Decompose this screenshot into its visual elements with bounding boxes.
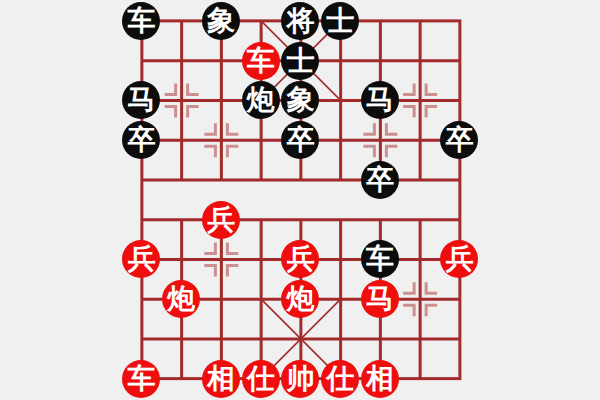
point-f8-r9 <box>400 319 440 359</box>
point-f9-r8 <box>440 279 480 319</box>
piece-red-elephant[interactable]: 相 <box>202 360 240 398</box>
point-f9-r3 <box>440 81 480 121</box>
piece-black-advisor[interactable]: 士 <box>321 2 359 40</box>
point-f9-r6 <box>440 200 480 240</box>
xiangqi-app-background: 车象将士车士马炮象马卒卒卒卒兵兵兵车兵炮炮马车相仕帅仕相 <box>0 0 600 400</box>
point-f2-r6 <box>161 200 201 240</box>
point-f7-r8: 马 <box>360 279 400 319</box>
piece-red-cannon[interactable]: 炮 <box>162 280 200 318</box>
point-f8-r5 <box>400 160 440 200</box>
piece-black-chariot[interactable]: 车 <box>361 240 399 278</box>
point-f2-r3 <box>161 81 201 121</box>
point-f4-r1 <box>241 1 281 41</box>
point-f3-r9 <box>201 319 241 359</box>
piece-red-soldier[interactable]: 兵 <box>122 240 160 278</box>
point-f9-r2 <box>440 41 480 81</box>
point-f6-r1: 士 <box>320 1 360 41</box>
point-f4-r6 <box>241 200 281 240</box>
point-f6-r4 <box>320 120 360 160</box>
point-f3-r8 <box>201 279 241 319</box>
point-f1-r2 <box>122 41 162 81</box>
point-f4-r4 <box>241 120 281 160</box>
point-f9-r5 <box>440 160 480 200</box>
point-f5-r5 <box>281 160 321 200</box>
piece-black-elephant[interactable]: 象 <box>202 2 240 40</box>
piece-red-chariot[interactable]: 车 <box>122 360 160 398</box>
point-f3-r5 <box>201 160 241 200</box>
point-f6-r10: 仕 <box>320 359 360 399</box>
point-f1-r8 <box>122 279 162 319</box>
point-f8-r8 <box>400 279 440 319</box>
point-f2-r10 <box>161 359 201 399</box>
point-f5-r3: 象 <box>281 81 321 121</box>
point-f4-r7 <box>241 240 281 280</box>
point-f2-r2 <box>161 41 201 81</box>
piece-black-horse[interactable]: 马 <box>361 81 399 119</box>
point-f1-r7: 兵 <box>122 240 162 280</box>
point-f5-r9 <box>281 319 321 359</box>
point-f1-r4: 卒 <box>122 120 162 160</box>
piece-black-soldier[interactable]: 卒 <box>361 161 399 199</box>
point-f1-r10: 车 <box>122 359 162 399</box>
point-f9-r9 <box>440 319 480 359</box>
point-f1-r9 <box>122 319 162 359</box>
piece-red-soldier[interactable]: 兵 <box>281 240 319 278</box>
point-f8-r6 <box>400 200 440 240</box>
point-f6-r5 <box>320 160 360 200</box>
point-f5-r6 <box>281 200 321 240</box>
point-f2-r7 <box>161 240 201 280</box>
piece-red-chariot[interactable]: 车 <box>242 42 280 80</box>
point-f8-r10 <box>400 359 440 399</box>
point-f7-r5: 卒 <box>360 160 400 200</box>
point-f5-r1: 将 <box>281 1 321 41</box>
point-f3-r6: 兵 <box>201 200 241 240</box>
point-f5-r7: 兵 <box>281 240 321 280</box>
point-f7-r6 <box>360 200 400 240</box>
piece-black-general[interactable]: 将 <box>281 2 319 40</box>
piece-red-general[interactable]: 帅 <box>281 360 319 398</box>
point-f8-r2 <box>400 41 440 81</box>
point-f6-r7 <box>320 240 360 280</box>
point-f3-r4 <box>201 120 241 160</box>
piece-black-soldier[interactable]: 卒 <box>281 121 319 159</box>
point-f7-r1 <box>360 1 400 41</box>
point-f4-r5 <box>241 160 281 200</box>
point-f2-r1 <box>161 1 201 41</box>
point-f8-r7 <box>400 240 440 280</box>
point-f7-r4 <box>360 120 400 160</box>
point-f7-r9 <box>360 319 400 359</box>
point-f2-r9 <box>161 319 201 359</box>
piece-red-soldier[interactable]: 兵 <box>202 201 240 239</box>
point-f5-r2: 士 <box>281 41 321 81</box>
piece-black-chariot[interactable]: 车 <box>122 2 160 40</box>
point-f4-r8 <box>241 279 281 319</box>
point-f4-r2: 车 <box>241 41 281 81</box>
point-f7-r10: 相 <box>360 359 400 399</box>
piece-black-soldier[interactable]: 卒 <box>440 121 478 159</box>
piece-black-advisor[interactable]: 士 <box>281 42 319 80</box>
point-f7-r7: 车 <box>360 240 400 280</box>
piece-black-soldier[interactable]: 卒 <box>122 121 160 159</box>
point-f3-r3 <box>201 81 241 121</box>
point-f5-r10: 帅 <box>281 359 321 399</box>
point-f6-r8 <box>320 279 360 319</box>
point-f8-r3 <box>400 81 440 121</box>
piece-red-horse[interactable]: 马 <box>361 280 399 318</box>
piece-black-cannon[interactable]: 炮 <box>242 81 280 119</box>
point-f1-r3: 马 <box>122 81 162 121</box>
point-f8-r4 <box>400 120 440 160</box>
piece-black-elephant[interactable]: 象 <box>281 81 319 119</box>
point-f5-r8: 炮 <box>281 279 321 319</box>
point-f9-r7: 兵 <box>440 240 480 280</box>
piece-black-horse[interactable]: 马 <box>122 81 160 119</box>
point-f2-r8: 炮 <box>161 279 201 319</box>
piece-red-elephant[interactable]: 相 <box>361 360 399 398</box>
point-f1-r6 <box>122 200 162 240</box>
point-f6-r2 <box>320 41 360 81</box>
point-f4-r9 <box>241 319 281 359</box>
point-f6-r3 <box>320 81 360 121</box>
point-f3-r2 <box>201 41 241 81</box>
point-f1-r5 <box>122 160 162 200</box>
point-f9-r1 <box>440 1 480 41</box>
point-f6-r6 <box>320 200 360 240</box>
point-f8-r1 <box>400 1 440 41</box>
point-f4-r3: 炮 <box>241 81 281 121</box>
point-f7-r3: 马 <box>360 81 400 121</box>
point-f3-r10: 相 <box>201 359 241 399</box>
piece-red-soldier[interactable]: 兵 <box>440 240 478 278</box>
point-f6-r9 <box>320 319 360 359</box>
point-f2-r4 <box>161 120 201 160</box>
point-f3-r7 <box>201 240 241 280</box>
piece-red-cannon[interactable]: 炮 <box>281 280 319 318</box>
point-f3-r1: 象 <box>201 1 241 41</box>
point-f1-r1: 车 <box>122 1 162 41</box>
piece-red-advisor[interactable]: 仕 <box>321 360 359 398</box>
board-cells: 车象将士车士马炮象马卒卒卒卒兵兵兵车兵炮炮马车相仕帅仕相 <box>122 1 480 399</box>
point-f4-r10: 仕 <box>241 359 281 399</box>
xiangqi-board: 车象将士车士马炮象马卒卒卒卒兵兵兵车兵炮炮马车相仕帅仕相 <box>122 1 480 399</box>
point-f7-r2 <box>360 41 400 81</box>
point-f2-r5 <box>161 160 201 200</box>
piece-red-advisor[interactable]: 仕 <box>242 360 280 398</box>
point-f9-r10 <box>440 359 480 399</box>
point-f9-r4: 卒 <box>440 120 480 160</box>
point-f5-r4: 卒 <box>281 120 321 160</box>
